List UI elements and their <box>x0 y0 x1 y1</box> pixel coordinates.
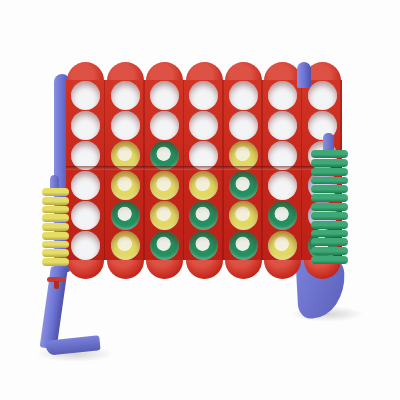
yellow-spare-disc <box>42 223 69 231</box>
cell-r6c1 <box>66 230 105 260</box>
green-spare-disc <box>311 247 348 255</box>
yellow-disc <box>111 231 140 260</box>
cell-r4c1 <box>66 170 105 200</box>
cell-r5c5 <box>224 200 263 230</box>
green-spare-disc <box>311 194 348 202</box>
board-mid-seam <box>66 166 342 170</box>
cell-r4c2 <box>105 170 144 200</box>
empty-slot <box>229 111 258 140</box>
yellow-spare-disc <box>42 214 69 222</box>
yellow-spare-disc <box>42 188 69 196</box>
cell-r6c5 <box>224 230 263 260</box>
empty-slot <box>268 81 297 110</box>
cell-r5c1 <box>66 200 105 230</box>
green-spare-disc <box>311 221 348 229</box>
green-disc <box>268 201 297 230</box>
cell-r4c4 <box>184 170 223 200</box>
cell-r5c3 <box>145 200 184 230</box>
cell-r6c3 <box>145 230 184 260</box>
empty-slot <box>71 111 100 140</box>
release-lever <box>47 277 66 282</box>
empty-slot <box>71 201 100 230</box>
cell-r1c6 <box>263 80 302 110</box>
cell-r2c6 <box>263 110 302 140</box>
yellow-spare-disc <box>42 258 69 266</box>
yellow-spare-disc <box>42 241 69 249</box>
green-spare-disc <box>311 212 348 220</box>
green-spare-disc <box>311 185 348 193</box>
cell-r6c4 <box>184 230 223 260</box>
empty-slot <box>150 81 179 110</box>
yellow-disc <box>150 201 179 230</box>
yellow-disc <box>150 171 179 200</box>
cell-r1c7 <box>303 80 342 110</box>
cell-r1c1 <box>66 80 105 110</box>
cell-r5c4 <box>184 200 223 230</box>
cell-r1c5 <box>224 80 263 110</box>
green-spare-disc <box>311 150 348 158</box>
empty-slot <box>189 111 218 140</box>
empty-slot <box>150 111 179 140</box>
yellow-disc <box>229 201 258 230</box>
empty-slot <box>71 81 100 110</box>
board-grid <box>66 80 342 260</box>
cell-r1c3 <box>145 80 184 110</box>
yellow-spare-disc <box>42 232 69 240</box>
yellow-spare-disc <box>42 206 69 214</box>
empty-slot <box>308 81 337 110</box>
green-disc-tray <box>311 150 348 264</box>
green-spare-disc <box>311 256 348 264</box>
green-disc <box>229 231 258 260</box>
green-disc <box>229 171 258 200</box>
green-spare-disc <box>311 168 348 176</box>
cell-r4c3 <box>145 170 184 200</box>
green-spare-disc <box>311 177 348 185</box>
yellow-disc <box>189 171 218 200</box>
cell-r4c6 <box>263 170 302 200</box>
yellow-disc <box>111 171 140 200</box>
empty-slot <box>71 171 100 200</box>
cell-r2c4 <box>184 110 223 140</box>
green-disc <box>189 201 218 230</box>
yellow-spare-disc <box>42 249 69 257</box>
cell-r6c6 <box>263 230 302 260</box>
cell-r2c1 <box>66 110 105 140</box>
yellow-disc <box>268 231 297 260</box>
cell-r5c6 <box>263 200 302 230</box>
empty-slot <box>71 231 100 260</box>
empty-slot <box>189 81 218 110</box>
cell-r6c2 <box>105 230 144 260</box>
cell-r4c5 <box>224 170 263 200</box>
empty-slot <box>111 111 140 140</box>
cell-r1c2 <box>105 80 144 110</box>
empty-slot <box>268 171 297 200</box>
yellow-spare-disc <box>42 197 69 205</box>
cell-r2c3 <box>145 110 184 140</box>
cell-r2c5 <box>224 110 263 140</box>
empty-slot <box>111 81 140 110</box>
green-disc <box>189 231 218 260</box>
green-disc <box>150 231 179 260</box>
cell-r2c2 <box>105 110 144 140</box>
empty-slot <box>268 111 297 140</box>
green-spare-disc <box>311 203 348 211</box>
green-disc <box>111 201 140 230</box>
connect-four-product-photo <box>0 0 400 400</box>
green-spare-disc <box>311 230 348 238</box>
yellow-disc-tray <box>42 188 69 266</box>
green-spare-disc <box>311 238 348 246</box>
cell-r5c2 <box>105 200 144 230</box>
cell-r1c4 <box>184 80 223 110</box>
green-spare-disc <box>311 159 348 167</box>
empty-slot <box>229 81 258 110</box>
